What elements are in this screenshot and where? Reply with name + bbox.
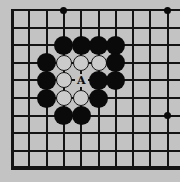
white-stone (56, 72, 72, 88)
black-stone (72, 36, 91, 55)
marked-point-label: A (75, 74, 88, 87)
go-board: A (0, 0, 180, 182)
black-stone (54, 36, 73, 55)
star-point-d10 (60, 7, 67, 14)
star-point-k10 (164, 7, 171, 14)
black-stone (54, 106, 73, 125)
grid-hline (11, 115, 180, 117)
grid-vline (167, 9, 169, 170)
grid-hline (11, 150, 180, 152)
grid-hline (11, 132, 180, 134)
black-stone (106, 53, 125, 72)
grid-vline (149, 9, 151, 170)
black-stone (37, 53, 56, 72)
board-left-edge-line (11, 9, 14, 170)
white-stone (73, 55, 89, 71)
grid-vline (28, 9, 30, 170)
grid-hline (11, 27, 180, 29)
white-stone (91, 55, 107, 71)
black-stone (37, 71, 56, 90)
board-bottom-edge-line (11, 166, 180, 170)
go-diagram-screenshot: A (0, 0, 180, 182)
black-stone (106, 71, 125, 90)
board-top-line (11, 9, 180, 11)
grid-vline (132, 9, 134, 170)
black-stone (106, 36, 125, 55)
white-stone (56, 55, 72, 71)
black-stone (37, 89, 56, 108)
white-stone (56, 90, 72, 106)
star-point-k4 (164, 112, 171, 119)
black-stone (72, 106, 91, 125)
white-stone (73, 90, 89, 106)
black-stone (89, 89, 108, 108)
black-stone (89, 71, 108, 90)
black-stone (89, 36, 108, 55)
